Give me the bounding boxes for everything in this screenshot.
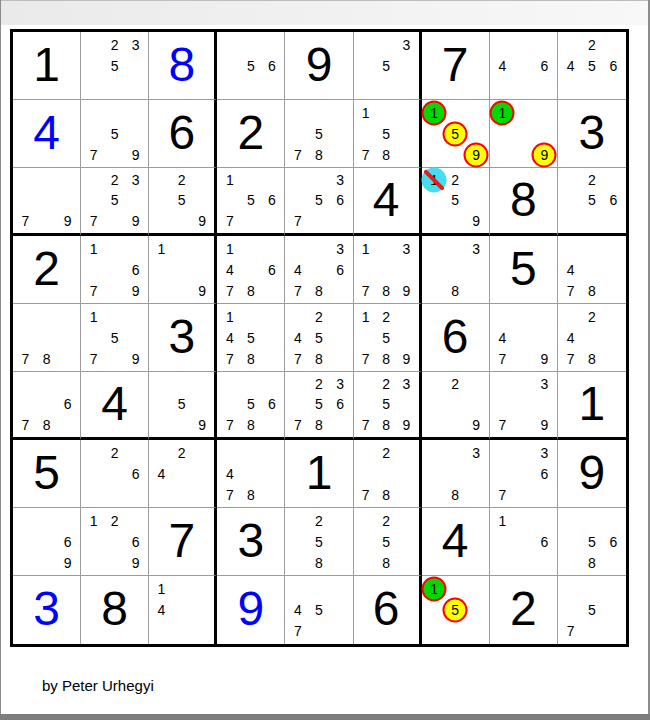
candidate-slot-empty xyxy=(151,621,171,642)
candidate-2[interactable]: 2 xyxy=(172,170,192,190)
candidate-7[interactable]: 7 xyxy=(492,484,513,505)
candidate-5[interactable]: 5 xyxy=(581,531,602,552)
candidate-slot-empty xyxy=(396,442,416,463)
cell-r7c5[interactable]: 1 xyxy=(285,440,353,508)
cell-r1c2[interactable]: 235 xyxy=(81,32,149,100)
cell-r9c3[interactable]: 14 xyxy=(149,576,217,644)
cell-r8c3[interactable]: 7 xyxy=(149,508,217,576)
candidate-slot-empty xyxy=(219,190,240,210)
candidate-2[interactable]: 2 xyxy=(376,442,396,463)
candidate-1[interactable]: 1 xyxy=(356,102,376,123)
candidate-9[interactable]: 9 xyxy=(396,280,416,301)
candidate-7[interactable]: 7 xyxy=(356,484,376,505)
cell-r4c6[interactable]: 13789 xyxy=(354,236,422,304)
candidate-slot-empty xyxy=(172,578,192,599)
cell-r9c4[interactable]: 9 xyxy=(217,576,285,644)
candidate-1[interactable]: 1 xyxy=(151,578,171,599)
cell-r2c1[interactable]: 4 xyxy=(13,100,81,168)
candidate-slot-empty xyxy=(172,621,192,642)
candidate-9[interactable]: 9 xyxy=(534,348,555,369)
cell-r2c4[interactable]: 2 xyxy=(217,100,285,168)
candidate-slot-empty xyxy=(424,211,445,231)
cell-r7c2[interactable]: 26 xyxy=(81,440,149,508)
cell-r3c4[interactable]: 1567 xyxy=(217,168,285,236)
candidate-slot-empty xyxy=(192,394,212,414)
cell-r7c6[interactable]: 278 xyxy=(354,440,422,508)
candidate-slot-empty xyxy=(261,34,282,55)
cell-r3c1[interactable]: 79 xyxy=(13,168,81,236)
cell-r3c9[interactable]: 256 xyxy=(558,168,626,236)
candidate-slot-empty xyxy=(104,211,125,231)
cell-r5c4[interactable]: 14578 xyxy=(217,304,285,372)
candidate-4[interactable]: 4 xyxy=(492,327,513,348)
cell-r5c1[interactable]: 78 xyxy=(13,304,81,372)
cell-r1c8[interactable]: 46 xyxy=(490,32,558,100)
candidate-slot-empty xyxy=(330,578,351,599)
candidate-3[interactable]: 3 xyxy=(330,238,351,259)
candidate-2[interactable]: 2 xyxy=(376,306,396,327)
candidate-4[interactable]: 4 xyxy=(219,327,240,348)
candidate-7[interactable]: 7 xyxy=(287,348,308,369)
candidate-8[interactable]: 8 xyxy=(376,484,396,505)
cell-r2c6[interactable]: 1578 xyxy=(354,100,422,168)
cell-r7c8[interactable]: 367 xyxy=(490,440,558,508)
cell-r3c5[interactable]: 3567 xyxy=(285,168,353,236)
candidate-7[interactable]: 7 xyxy=(356,415,376,435)
candidate-1-green-circle[interactable]: 1 xyxy=(492,102,513,123)
candidate-3[interactable]: 3 xyxy=(534,442,555,463)
candidate-4[interactable]: 4 xyxy=(560,55,581,76)
candidate-8[interactable]: 8 xyxy=(581,348,602,369)
candidate-6[interactable]: 6 xyxy=(603,531,624,552)
candidate-slot-empty xyxy=(125,306,146,327)
candidate-5[interactable]: 5 xyxy=(376,123,396,144)
candidate-7[interactable]: 7 xyxy=(492,348,513,369)
candidate-5[interactable]: 5 xyxy=(376,394,396,414)
candidate-8[interactable]: 8 xyxy=(308,415,329,435)
candidate-slot-empty xyxy=(534,327,555,348)
candidate-3[interactable]: 3 xyxy=(466,238,487,259)
candidate-7[interactable]: 7 xyxy=(15,348,36,369)
candidate-5[interactable]: 5 xyxy=(240,55,261,76)
cell-r2c9[interactable]: 3 xyxy=(558,100,626,168)
candidate-5[interactable]: 5 xyxy=(308,327,329,348)
cell-r9c2[interactable]: 8 xyxy=(81,576,149,644)
candidate-1[interactable]: 1 xyxy=(83,306,104,327)
candidate-1[interactable]: 1 xyxy=(83,238,104,259)
candidate-1-cyan-strike[interactable]: 1 xyxy=(424,170,445,190)
cell-r8c9[interactable]: 568 xyxy=(558,508,626,576)
candidate-9-yellow-circle[interactable]: 9 xyxy=(466,144,487,165)
given-digit: 3 xyxy=(579,109,606,157)
candidate-7[interactable]: 7 xyxy=(560,348,581,369)
candidate-9[interactable]: 9 xyxy=(125,552,146,573)
candidate-7[interactable]: 7 xyxy=(83,144,104,165)
candidate-9-yellow-circle[interactable]: 9 xyxy=(534,144,555,165)
candidate-9[interactable]: 9 xyxy=(57,211,78,231)
candidate-4[interactable]: 4 xyxy=(492,55,513,76)
candidate-8[interactable]: 8 xyxy=(36,415,57,435)
cell-r9c8[interactable]: 2 xyxy=(490,576,558,644)
cell-r5c7[interactable]: 6 xyxy=(422,304,490,372)
cell-r6c2[interactable]: 4 xyxy=(81,372,149,440)
candidate-6[interactable]: 6 xyxy=(57,394,78,414)
candidate-6[interactable]: 6 xyxy=(261,55,282,76)
candidate-2[interactable]: 2 xyxy=(104,34,125,55)
candidate-1[interactable]: 1 xyxy=(151,238,171,259)
candidate-4[interactable]: 4 xyxy=(560,327,581,348)
candidate-2[interactable]: 2 xyxy=(445,170,466,190)
candidate-5[interactable]: 5 xyxy=(240,190,261,210)
candidate-3[interactable]: 3 xyxy=(330,374,351,394)
candidate-8[interactable]: 8 xyxy=(240,415,261,435)
candidate-grid: 235789 xyxy=(356,374,417,435)
candidate-5[interactable]: 5 xyxy=(445,190,466,210)
cell-r5c8[interactable]: 479 xyxy=(490,304,558,372)
candidate-slot-empty xyxy=(466,463,487,484)
candidate-2[interactable]: 2 xyxy=(581,34,602,55)
candidate-9[interactable]: 9 xyxy=(396,415,416,435)
candidate-8[interactable]: 8 xyxy=(376,144,396,165)
candidate-6[interactable]: 6 xyxy=(603,55,624,76)
candidate-8[interactable]: 8 xyxy=(376,415,396,435)
candidate-5[interactable]: 5 xyxy=(240,394,261,414)
candidate-slot-empty xyxy=(534,552,555,573)
candidate-3[interactable]: 3 xyxy=(534,374,555,394)
cell-r4c9[interactable]: 478 xyxy=(558,236,626,304)
cell-r8c2[interactable]: 1269 xyxy=(81,508,149,576)
candidate-5[interactable]: 5 xyxy=(308,599,329,620)
cell-r2c5[interactable]: 578 xyxy=(285,100,353,168)
candidate-4[interactable]: 4 xyxy=(151,599,171,620)
candidate-5[interactable]: 5 xyxy=(376,531,396,552)
candidate-2[interactable]: 2 xyxy=(445,374,466,394)
candidate-9[interactable]: 9 xyxy=(192,415,212,435)
candidate-2[interactable]: 2 xyxy=(308,510,329,531)
candidate-5[interactable]: 5 xyxy=(240,327,261,348)
candidate-slot-empty xyxy=(57,170,78,190)
candidate-5[interactable]: 5 xyxy=(376,55,396,76)
candidate-8[interactable]: 8 xyxy=(240,348,261,369)
candidate-8[interactable]: 8 xyxy=(376,552,396,573)
candidate-2[interactable]: 2 xyxy=(172,442,192,463)
candidate-8[interactable]: 8 xyxy=(376,348,396,369)
cell-r8c5[interactable]: 258 xyxy=(285,508,353,576)
candidate-4[interactable]: 4 xyxy=(560,259,581,280)
candidate-7[interactable]: 7 xyxy=(287,280,308,301)
candidate-7[interactable]: 7 xyxy=(15,211,36,231)
candidate-8[interactable]: 8 xyxy=(581,280,602,301)
candidate-2[interactable]: 2 xyxy=(581,306,602,327)
candidate-2[interactable]: 2 xyxy=(308,306,329,327)
candidate-slot-empty xyxy=(240,76,261,97)
candidate-9[interactable]: 9 xyxy=(396,348,416,369)
cell-r4c2[interactable]: 1679 xyxy=(81,236,149,304)
candidate-slot-empty xyxy=(492,306,513,327)
candidate-9[interactable]: 9 xyxy=(125,280,146,301)
cell-r7c4[interactable]: 478 xyxy=(217,440,285,508)
candidate-slot-empty xyxy=(240,463,261,484)
candidate-1[interactable]: 1 xyxy=(356,238,376,259)
candidate-slot-empty xyxy=(83,484,104,505)
candidate-7[interactable]: 7 xyxy=(219,280,240,301)
candidate-1[interactable]: 1 xyxy=(356,306,376,327)
cell-r8c4[interactable]: 3 xyxy=(217,508,285,576)
candidate-6[interactable]: 6 xyxy=(330,394,351,414)
candidate-grid: 578 xyxy=(287,102,350,165)
candidate-9[interactable]: 9 xyxy=(192,211,212,231)
candidate-7[interactable]: 7 xyxy=(15,415,36,435)
cell-r4c4[interactable]: 14678 xyxy=(217,236,285,304)
candidate-6[interactable]: 6 xyxy=(125,463,146,484)
candidate-4[interactable]: 4 xyxy=(219,259,240,280)
candidate-5[interactable]: 5 xyxy=(104,327,125,348)
cell-r5c5[interactable]: 24578 xyxy=(285,304,353,372)
cell-r9c5[interactable]: 457 xyxy=(285,576,353,644)
candidate-7[interactable]: 7 xyxy=(219,348,240,369)
cell-r6c1[interactable]: 678 xyxy=(13,372,81,440)
candidate-slot-empty xyxy=(261,463,282,484)
candidate-slot-empty xyxy=(603,238,624,259)
candidate-6[interactable]: 6 xyxy=(534,55,555,76)
candidate-slot-empty xyxy=(534,123,555,144)
candidate-7[interactable]: 7 xyxy=(83,280,104,301)
candidate-5[interactable]: 5 xyxy=(581,190,602,210)
cell-r1c5[interactable]: 9 xyxy=(285,32,353,100)
candidate-2[interactable]: 2 xyxy=(104,170,125,190)
cell-r4c5[interactable]: 34678 xyxy=(285,236,353,304)
cell-r2c3[interactable]: 6 xyxy=(149,100,217,168)
candidate-slot-empty xyxy=(466,484,487,505)
cell-r6c9[interactable]: 1 xyxy=(558,372,626,440)
window-left-edge xyxy=(0,0,1,720)
candidate-8[interactable]: 8 xyxy=(581,552,602,573)
cell-r8c1[interactable]: 69 xyxy=(13,508,81,576)
candidate-8[interactable]: 8 xyxy=(308,280,329,301)
candidate-4[interactable]: 4 xyxy=(287,327,308,348)
cell-r7c1[interactable]: 5 xyxy=(13,440,81,508)
candidate-8[interactable]: 8 xyxy=(308,552,329,573)
cell-r1c4[interactable]: 56 xyxy=(217,32,285,100)
candidate-9[interactable]: 9 xyxy=(534,415,555,435)
cell-r2c7[interactable]: 159 xyxy=(422,100,490,168)
cell-r3c7[interactable]: 1259 xyxy=(422,168,490,236)
cell-r5c9[interactable]: 2478 xyxy=(558,304,626,372)
candidate-6[interactable]: 6 xyxy=(534,463,555,484)
candidate-1[interactable]: 1 xyxy=(219,306,240,327)
candidate-slot-empty xyxy=(424,280,445,301)
candidate-5[interactable]: 5 xyxy=(308,394,329,414)
cell-r7c7[interactable]: 38 xyxy=(422,440,490,508)
cell-r2c2[interactable]: 579 xyxy=(81,100,149,168)
cell-r6c5[interactable]: 235678 xyxy=(285,372,353,440)
cell-r4c1[interactable]: 2 xyxy=(13,236,81,304)
candidate-8[interactable]: 8 xyxy=(36,348,57,369)
candidate-slot-empty xyxy=(396,463,416,484)
candidate-slot-empty xyxy=(104,552,125,573)
candidate-slot-empty xyxy=(445,259,466,280)
cell-r3c2[interactable]: 23579 xyxy=(81,168,149,236)
candidate-4[interactable]: 4 xyxy=(287,259,308,280)
cell-r5c3[interactable]: 3 xyxy=(149,304,217,372)
candidate-7[interactable]: 7 xyxy=(287,144,308,165)
candidate-4[interactable]: 4 xyxy=(151,463,171,484)
candidate-7[interactable]: 7 xyxy=(287,621,308,642)
candidate-6[interactable]: 6 xyxy=(330,259,351,280)
candidate-5[interactable]: 5 xyxy=(581,55,602,76)
candidate-3[interactable]: 3 xyxy=(396,238,416,259)
candidate-8[interactable]: 8 xyxy=(376,280,396,301)
candidate-5[interactable]: 5 xyxy=(172,394,192,414)
cell-r8c8[interactable]: 16 xyxy=(490,508,558,576)
cell-r4c3[interactable]: 19 xyxy=(149,236,217,304)
candidate-slot-empty xyxy=(83,170,104,190)
candidate-4[interactable]: 4 xyxy=(219,463,240,484)
candidate-slot-empty xyxy=(492,442,513,463)
cell-r9c1[interactable]: 3 xyxy=(13,576,81,644)
cell-r6c4[interactable]: 5678 xyxy=(217,372,285,440)
candidate-4[interactable]: 4 xyxy=(287,599,308,620)
candidate-7[interactable]: 7 xyxy=(356,144,376,165)
candidate-2[interactable]: 2 xyxy=(376,374,396,394)
candidate-5[interactable]: 5 xyxy=(172,190,192,210)
cell-r8c7[interactable]: 4 xyxy=(422,508,490,576)
given-digit: 6 xyxy=(442,313,469,361)
candidate-9[interactable]: 9 xyxy=(466,211,487,231)
candidate-3[interactable]: 3 xyxy=(330,170,351,190)
candidate-1[interactable]: 1 xyxy=(492,510,513,531)
candidate-7[interactable]: 7 xyxy=(83,211,104,231)
cell-r9c9[interactable]: 57 xyxy=(558,576,626,644)
candidate-slot-empty xyxy=(445,463,466,484)
cell-r7c9[interactable]: 9 xyxy=(558,440,626,508)
candidate-7[interactable]: 7 xyxy=(560,280,581,301)
candidate-3[interactable]: 3 xyxy=(396,34,416,55)
candidate-grid: 19 xyxy=(492,102,555,165)
candidate-7[interactable]: 7 xyxy=(83,348,104,369)
candidate-5[interactable]: 5 xyxy=(376,327,396,348)
candidate-8[interactable]: 8 xyxy=(240,484,261,505)
candidate-6[interactable]: 6 xyxy=(534,531,555,552)
candidate-8[interactable]: 8 xyxy=(308,348,329,369)
candidate-7[interactable]: 7 xyxy=(219,211,240,231)
candidate-1[interactable]: 1 xyxy=(219,170,240,190)
candidate-1-green-circle[interactable]: 1 xyxy=(424,578,445,599)
cell-r3c6[interactable]: 4 xyxy=(354,168,422,236)
candidate-5[interactable]: 5 xyxy=(104,190,125,210)
candidate-9[interactable]: 9 xyxy=(466,415,487,435)
candidate-3[interactable]: 3 xyxy=(125,170,146,190)
candidate-7[interactable]: 7 xyxy=(219,484,240,505)
candidate-5[interactable]: 5 xyxy=(581,599,602,620)
candidate-2[interactable]: 2 xyxy=(581,170,602,190)
candidate-9[interactable]: 9 xyxy=(57,552,78,573)
cell-r4c8[interactable]: 5 xyxy=(490,236,558,304)
candidate-6[interactable]: 6 xyxy=(603,190,624,210)
cell-r1c7[interactable]: 7 xyxy=(422,32,490,100)
candidate-6[interactable]: 6 xyxy=(261,190,282,210)
candidate-slot-empty xyxy=(57,510,78,531)
candidate-5-yellow-circle[interactable]: 5 xyxy=(445,123,466,144)
candidate-5[interactable]: 5 xyxy=(104,123,125,144)
candidate-8[interactable]: 8 xyxy=(445,280,466,301)
candidate-slot-empty xyxy=(513,76,534,97)
candidate-1[interactable]: 1 xyxy=(83,510,104,531)
cell-r1c9[interactable]: 2456 xyxy=(558,32,626,100)
candidate-1-green-circle[interactable]: 1 xyxy=(424,102,445,123)
cell-r6c6[interactable]: 235789 xyxy=(354,372,422,440)
candidate-6[interactable]: 6 xyxy=(330,190,351,210)
candidate-9[interactable]: 9 xyxy=(125,144,146,165)
cell-r1c1[interactable]: 1 xyxy=(13,32,81,100)
cell-r7c3[interactable]: 24 xyxy=(149,440,217,508)
candidate-3[interactable]: 3 xyxy=(466,442,487,463)
candidate-5[interactable]: 5 xyxy=(308,123,329,144)
candidate-7[interactable]: 7 xyxy=(560,621,581,642)
cell-r8c6[interactable]: 258 xyxy=(354,508,422,576)
candidate-5[interactable]: 5 xyxy=(308,190,329,210)
candidate-3[interactable]: 3 xyxy=(396,374,416,394)
candidate-9[interactable]: 9 xyxy=(192,280,212,301)
candidate-9[interactable]: 9 xyxy=(125,211,146,231)
cell-r2c8[interactable]: 19 xyxy=(490,100,558,168)
candidate-8[interactable]: 8 xyxy=(445,484,466,505)
candidate-7[interactable]: 7 xyxy=(219,415,240,435)
candidate-7[interactable]: 7 xyxy=(356,280,376,301)
candidate-8[interactable]: 8 xyxy=(308,144,329,165)
cell-r3c8[interactable]: 8 xyxy=(490,168,558,236)
cell-r9c7[interactable]: 15 xyxy=(422,576,490,644)
candidate-6[interactable]: 6 xyxy=(57,531,78,552)
candidate-2[interactable]: 2 xyxy=(104,442,125,463)
candidate-7[interactable]: 7 xyxy=(287,211,308,231)
candidate-1[interactable]: 1 xyxy=(219,238,240,259)
cell-r9c6[interactable]: 6 xyxy=(354,576,422,644)
candidate-5-yellow-circle[interactable]: 5 xyxy=(445,599,466,620)
cell-r3c3[interactable]: 259 xyxy=(149,168,217,236)
candidate-slot-empty xyxy=(151,170,171,190)
cell-r1c6[interactable]: 35 xyxy=(354,32,422,100)
candidate-slot-empty xyxy=(396,102,416,123)
cell-r5c6[interactable]: 125789 xyxy=(354,304,422,372)
candidate-3[interactable]: 3 xyxy=(125,34,146,55)
candidate-slot-empty xyxy=(356,510,376,531)
candidate-2[interactable]: 2 xyxy=(104,510,125,531)
candidate-7[interactable]: 7 xyxy=(287,415,308,435)
candidate-5[interactable]: 5 xyxy=(104,55,125,76)
candidate-6[interactable]: 6 xyxy=(261,394,282,414)
candidate-9[interactable]: 9 xyxy=(125,348,146,369)
cell-r6c3[interactable]: 59 xyxy=(149,372,217,440)
candidate-2[interactable]: 2 xyxy=(308,374,329,394)
cell-r1c3[interactable]: 8 xyxy=(149,32,217,100)
cell-r6c7[interactable]: 29 xyxy=(422,372,490,440)
candidate-6[interactable]: 6 xyxy=(125,259,146,280)
candidate-slot-empty xyxy=(36,394,57,414)
candidate-6[interactable]: 6 xyxy=(125,531,146,552)
candidate-slot-empty xyxy=(104,306,125,327)
candidate-6[interactable]: 6 xyxy=(261,259,282,280)
candidate-slot-empty xyxy=(356,123,376,144)
candidate-7[interactable]: 7 xyxy=(492,415,513,435)
candidate-2[interactable]: 2 xyxy=(376,510,396,531)
cell-r5c2[interactable]: 1579 xyxy=(81,304,149,372)
cell-r6c8[interactable]: 379 xyxy=(490,372,558,440)
candidate-5[interactable]: 5 xyxy=(308,531,329,552)
cell-r4c7[interactable]: 38 xyxy=(422,236,490,304)
candidate-7[interactable]: 7 xyxy=(356,348,376,369)
candidate-8[interactable]: 8 xyxy=(240,280,261,301)
